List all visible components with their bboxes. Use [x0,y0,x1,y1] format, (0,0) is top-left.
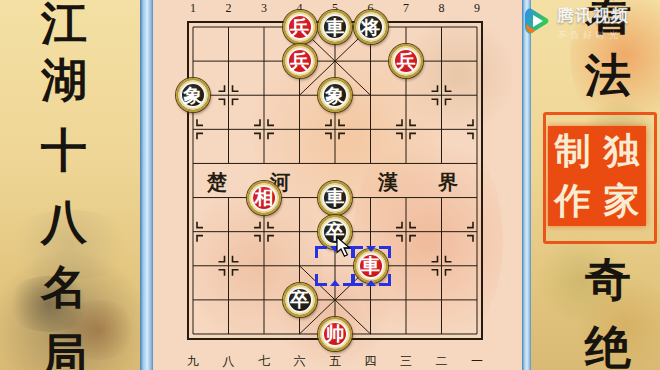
piece-black-車[interactable]: 車 [318,10,352,44]
seal-char: 家 [597,176,646,226]
file-label: 三 [394,353,418,370]
watermark-title: 腾讯视频 [557,4,629,27]
banner-char: 江 [33,0,95,46]
piece-black-車[interactable]: 車 [318,181,352,215]
file-label: 二 [430,353,454,370]
file-label: 7 [394,1,418,16]
seal-char: 制 [548,126,597,176]
piece-red-兵[interactable]: 兵 [283,44,317,78]
piece-red-車[interactable]: 車 [354,249,388,283]
piece-red-兵[interactable]: 兵 [283,10,317,44]
banner-char: 十 [33,127,95,173]
file-label: 八 [217,353,241,370]
file-label: 1 [181,1,205,16]
piece-red-相[interactable]: 相 [247,181,281,215]
watermark-subtitle: 不负好时光 [557,29,629,42]
exclusive-production-seal: 制 独 作 家 [548,126,646,226]
play-button-icon [520,4,554,38]
piece-red-帅[interactable]: 帅 [318,317,352,351]
right-divider [522,0,531,370]
banner-char: 名 [33,264,95,310]
left-title-banner: 江 湖 十 八 名 局 [0,0,140,370]
video-frame: 江 湖 十 八 名 局 123456789 九八七六五四三二一 楚 河 漢 界 … [0,0,660,370]
left-divider [140,0,153,370]
river-text: 楚 [204,169,230,196]
file-label: 四 [359,353,383,370]
file-label: 九 [181,353,205,370]
file-label: 七 [252,353,276,370]
banner-char: 八 [33,199,95,245]
river-text: 漢 [375,169,401,196]
file-label: 2 [217,1,241,16]
tencent-video-watermark: 腾讯视频 不负好时光 [520,4,629,42]
seal-char: 作 [548,176,597,226]
watermark-text: 腾讯视频 不负好时光 [557,4,629,42]
banner-char: 局 [33,332,95,370]
banner-char: 法 [577,52,639,98]
piece-black-象[interactable]: 象 [176,78,210,112]
river-text: 界 [435,169,461,196]
file-label: 五 [323,353,347,370]
banner-char: 湖 [33,57,95,103]
piece-black-将[interactable]: 将 [354,10,388,44]
right-title-banner: 着 法 奇 绝 制 独 作 家 [531,0,660,370]
banner-char: 绝 [577,324,639,370]
piece-red-兵[interactable]: 兵 [389,44,423,78]
file-label: 一 [465,353,489,370]
file-label: 8 [430,1,454,16]
file-label: 六 [288,353,312,370]
xiangqi-game-window: 123456789 九八七六五四三二一 楚 河 漢 界 兵車将兵兵象象相車卒車卒… [153,0,522,370]
file-label: 9 [465,1,489,16]
piece-black-象[interactable]: 象 [318,78,352,112]
mouse-cursor [336,236,352,258]
file-label: 3 [252,1,276,16]
seal-char: 独 [597,126,646,176]
piece-black-卒[interactable]: 卒 [283,283,317,317]
banner-char: 奇 [577,256,639,302]
